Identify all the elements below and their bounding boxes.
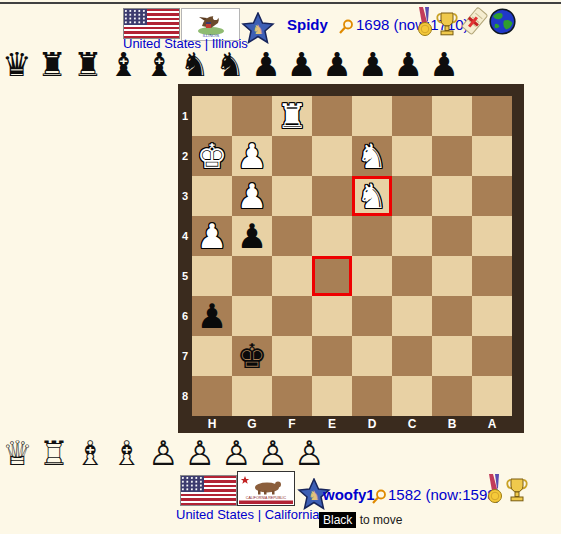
rank-label-8: 8	[178, 376, 192, 416]
bottom-player-name[interactable]: woofy1	[323, 486, 375, 503]
black-king[interactable]: ♚	[232, 336, 272, 376]
chess-game-window: ILLINOIS ♞ Spidy 1698 (now:1710)	[0, 0, 561, 534]
white-pawn[interactable]: ♟	[232, 136, 272, 176]
square-c2[interactable]	[392, 136, 432, 176]
captured-white-pieces: ♕♖♗♗♙♙♙♙♙	[2, 436, 324, 471]
square-d6[interactable]	[352, 296, 392, 336]
rank-label-4: 4	[178, 216, 192, 256]
us-flag-canton-bottom	[181, 476, 204, 492]
square-b6[interactable]	[432, 296, 472, 336]
square-f6[interactable]	[272, 296, 312, 336]
square-g3[interactable]: ♟	[232, 176, 272, 216]
captured-black-pawn: ♟	[251, 48, 281, 81]
captured-black-queen: ♛	[2, 48, 32, 81]
square-h1[interactable]	[192, 96, 232, 136]
rank-labels: 12345678	[178, 96, 192, 416]
globe-icon	[489, 8, 516, 35]
captured-white-pawn: ♙	[148, 436, 178, 471]
square-c1[interactable]	[392, 96, 432, 136]
illinois-eagle-icon: ILLINOIS	[193, 11, 229, 38]
captured-black-rook: ♜	[38, 48, 68, 81]
square-b3[interactable]	[432, 176, 472, 216]
square-b2[interactable]	[432, 136, 472, 176]
square-b8[interactable]	[432, 376, 472, 416]
chess-board: 12345678 ♜♚♟♞♟♞♟♟♟♚ HGFEDCBA	[178, 84, 524, 433]
to-move-text: to move	[360, 513, 403, 527]
square-a3[interactable]	[472, 176, 512, 216]
rank-label-5: 5	[178, 256, 192, 296]
bottom-player-location: United States | California	[176, 507, 320, 522]
captured-black-pawn: ♟	[429, 48, 459, 81]
square-a6[interactable]	[472, 296, 512, 336]
square-h3[interactable]	[192, 176, 232, 216]
square-g4[interactable]: ♟	[232, 216, 272, 256]
board-squares: ♜♚♟♞♟♞♟♟♟♚	[192, 96, 512, 416]
square-c7[interactable]	[392, 336, 432, 376]
file-label-h: H	[192, 416, 232, 433]
captured-white-queen: ♕	[2, 436, 32, 471]
white-knight[interactable]: ♞	[352, 136, 392, 176]
square-a1[interactable]	[472, 96, 512, 136]
square-f1[interactable]: ♜	[272, 96, 312, 136]
to-move-badge: Black	[319, 512, 356, 528]
captured-white-pawn: ♙	[257, 436, 287, 471]
file-label-a: A	[472, 416, 512, 433]
square-e1[interactable]	[312, 96, 352, 136]
svg-text:♞: ♞	[252, 22, 264, 37]
square-c5[interactable]	[392, 256, 432, 296]
bottom-player-rating: 1582 (now:1598)	[388, 486, 501, 503]
square-g5[interactable]	[232, 256, 272, 296]
medal-icon-bottom	[486, 474, 502, 504]
square-h8[interactable]	[192, 376, 232, 416]
square-e5[interactable]	[312, 256, 352, 296]
square-g8[interactable]	[232, 376, 272, 416]
california-bear-icon: CALIFORNIA REPUBLIC	[239, 473, 293, 504]
us-flag-canton	[124, 9, 147, 25]
captured-black-bishop: ♝	[109, 48, 139, 81]
square-h7[interactable]	[192, 336, 232, 376]
white-pawn[interactable]: ♟	[232, 176, 272, 216]
white-pawn[interactable]: ♟	[192, 216, 232, 256]
square-g1[interactable]	[232, 96, 272, 136]
white-rook[interactable]: ♜	[272, 96, 312, 136]
square-f8[interactable]	[272, 376, 312, 416]
square-e3[interactable]	[312, 176, 352, 216]
square-b5[interactable]	[432, 256, 472, 296]
diploma-scroll-icon	[460, 6, 488, 36]
top-divider	[0, 2, 561, 4]
captured-black-pawn: ♟	[287, 48, 317, 81]
captured-white-pawn: ♙	[184, 436, 214, 471]
medal-icon	[416, 7, 432, 37]
square-d5[interactable]	[352, 256, 392, 296]
square-h2[interactable]: ♚	[192, 136, 232, 176]
captured-black-pawn: ♟	[322, 48, 352, 81]
captured-white-bishop: ♗	[75, 436, 105, 471]
rank-label-7: 7	[178, 336, 192, 376]
rank-label-3: 3	[178, 176, 192, 216]
square-a2[interactable]	[472, 136, 512, 176]
square-e6[interactable]	[312, 296, 352, 336]
square-c3[interactable]	[392, 176, 432, 216]
file-label-e: E	[312, 416, 352, 433]
captured-white-pawn: ♙	[294, 436, 324, 471]
file-label-b: B	[432, 416, 472, 433]
square-c6[interactable]	[392, 296, 432, 336]
square-g6[interactable]	[232, 296, 272, 336]
captured-black-pieces: ♛♜♜♝♝♞♞♟♟♟♟♟♟	[2, 48, 459, 81]
captured-black-pawn: ♟	[394, 48, 424, 81]
file-label-f: F	[272, 416, 312, 433]
captured-black-pawn: ♟	[358, 48, 388, 81]
captured-black-knight: ♞	[216, 48, 246, 81]
white-knight[interactable]: ♞	[352, 176, 392, 216]
square-e7[interactable]	[312, 336, 352, 376]
square-d2[interactable]: ♞	[352, 136, 392, 176]
square-h6[interactable]: ♟	[192, 296, 232, 336]
captured-black-knight: ♞	[180, 48, 210, 81]
black-pawn[interactable]: ♟	[192, 296, 232, 336]
square-a8[interactable]	[472, 376, 512, 416]
trophy-icon-bottom	[505, 477, 529, 503]
file-label-d: D	[352, 416, 392, 433]
square-f5[interactable]	[272, 256, 312, 296]
square-e8[interactable]	[312, 376, 352, 416]
square-a5[interactable]	[472, 256, 512, 296]
trophy-icon	[435, 11, 459, 37]
rank-label-1: 1	[178, 96, 192, 136]
captured-white-bishop: ♗	[111, 436, 141, 471]
file-label-c: C	[392, 416, 432, 433]
square-d8[interactable]	[352, 376, 392, 416]
captured-white-pawn: ♙	[221, 436, 251, 471]
square-f2[interactable]	[272, 136, 312, 176]
rank-label-2: 2	[178, 136, 192, 176]
square-e4[interactable]	[312, 216, 352, 256]
square-a4[interactable]	[472, 216, 512, 256]
square-a7[interactable]	[472, 336, 512, 376]
square-f4[interactable]	[272, 216, 312, 256]
square-h5[interactable]	[192, 256, 232, 296]
examine-magnifier-icon-bottom[interactable]	[371, 489, 387, 505]
square-d3[interactable]: ♞	[352, 176, 392, 216]
examine-magnifier-icon[interactable]	[338, 19, 354, 35]
svg-text:♞: ♞	[308, 488, 320, 503]
captured-white-rook: ♖	[38, 436, 68, 471]
square-b1[interactable]	[432, 96, 472, 136]
captured-black-bishop: ♝	[144, 48, 174, 81]
square-f7[interactable]	[272, 336, 312, 376]
square-f3[interactable]	[272, 176, 312, 216]
square-c8[interactable]	[392, 376, 432, 416]
square-c4[interactable]	[392, 216, 432, 256]
square-e2[interactable]	[312, 136, 352, 176]
square-d1[interactable]	[352, 96, 392, 136]
svg-text:CALIFORNIA REPUBLIC: CALIFORNIA REPUBLIC	[246, 496, 287, 500]
turn-indicator: Black to move	[319, 513, 402, 527]
file-label-g: G	[232, 416, 272, 433]
square-g7[interactable]: ♚	[232, 336, 272, 376]
us-flag-icon	[123, 8, 180, 39]
square-g2[interactable]: ♟	[232, 136, 272, 176]
white-king[interactable]: ♚	[192, 136, 232, 176]
square-d4[interactable]	[352, 216, 392, 256]
square-h4[interactable]: ♟	[192, 216, 232, 256]
square-b7[interactable]	[432, 336, 472, 376]
file-labels: HGFEDCBA	[192, 416, 512, 433]
square-d7[interactable]	[352, 336, 392, 376]
black-pawn[interactable]: ♟	[232, 216, 272, 256]
captured-black-rook: ♜	[73, 48, 103, 81]
square-b4[interactable]	[432, 216, 472, 256]
california-flag-icon: CALIFORNIA REPUBLIC	[237, 471, 295, 506]
rank-label-6: 6	[178, 296, 192, 336]
top-player-name[interactable]: Spidy	[287, 16, 328, 33]
us-flag-icon-bottom	[180, 475, 237, 506]
